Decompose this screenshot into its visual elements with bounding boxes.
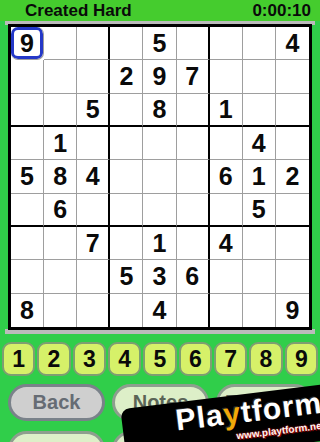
cell-r3c9[interactable] [276,94,309,127]
cell-r2c3[interactable] [77,60,110,93]
cell-r1c1[interactable]: 9 [11,27,44,60]
cell-r5c8[interactable]: 1 [243,160,276,193]
cell-r8c6[interactable]: 6 [177,260,210,293]
page-title: Created Hard [0,1,132,21]
cell-r3c1[interactable] [11,94,44,127]
cell-r6c7[interactable] [210,194,243,227]
cell-r9c1[interactable]: 8 [11,294,44,327]
number-button-5[interactable]: 5 [143,342,176,376]
title-bar: Created Hard 0:00:10 [0,0,320,21]
cell-r4c1[interactable] [11,127,44,160]
cell-r7c3[interactable]: 7 [77,227,110,260]
number-button-3[interactable]: 3 [73,342,106,376]
cell-r9c6[interactable] [177,294,210,327]
cell-r6c8[interactable]: 5 [243,194,276,227]
cell-r1c5[interactable]: 5 [143,27,176,60]
cell-r2c4[interactable]: 2 [110,60,143,93]
cell-r3c6[interactable] [177,94,210,127]
number-button-1[interactable]: 1 [2,342,35,376]
cell-r9c5[interactable]: 4 [143,294,176,327]
cell-r7c8[interactable] [243,227,276,260]
cell-r3c4[interactable] [110,94,143,127]
cell-r8c5[interactable]: 3 [143,260,176,293]
partial-button-1[interactable] [8,431,105,442]
cell-r6c4[interactable] [110,194,143,227]
cell-r3c5[interactable]: 8 [143,94,176,127]
cell-r6c1[interactable] [11,194,44,227]
number-button-2[interactable]: 2 [37,342,70,376]
cell-r3c8[interactable] [243,94,276,127]
cell-r3c3[interactable]: 5 [77,94,110,127]
back-button[interactable]: Back [8,384,105,421]
number-button-4[interactable]: 4 [108,342,141,376]
timer: 0:00:10 [252,1,320,21]
cell-r2c9[interactable] [276,60,309,93]
cell-r6c5[interactable] [143,194,176,227]
cell-r9c4[interactable] [110,294,143,327]
cell-r5c2[interactable]: 8 [44,160,77,193]
cell-r3c2[interactable] [44,94,77,127]
cell-r2c5[interactable]: 9 [143,60,176,93]
cell-r8c3[interactable] [77,260,110,293]
number-button-9[interactable]: 9 [285,342,318,376]
cell-r4c8[interactable]: 4 [243,127,276,160]
cell-r5c1[interactable]: 5 [11,160,44,193]
cell-r1c4[interactable] [110,27,143,60]
cell-r8c4[interactable]: 5 [110,260,143,293]
number-button-8[interactable]: 8 [249,342,282,376]
cell-r9c8[interactable] [243,294,276,327]
cell-r7c6[interactable] [177,227,210,260]
cell-r4c9[interactable] [276,127,309,160]
cell-r1c6[interactable] [177,27,210,60]
cell-r8c8[interactable] [243,260,276,293]
cell-r5c3[interactable]: 4 [77,160,110,193]
cell-r7c4[interactable] [110,227,143,260]
cell-r2c1[interactable] [11,60,44,93]
cell-r5c4[interactable] [110,160,143,193]
cell-r1c9[interactable]: 4 [276,27,309,60]
cell-r8c2[interactable] [44,260,77,293]
cell-r6c9[interactable] [276,194,309,227]
cell-r7c9[interactable] [276,227,309,260]
cell-r7c1[interactable] [11,227,44,260]
cell-r4c2[interactable]: 1 [44,127,77,160]
cell-r4c3[interactable] [77,127,110,160]
cell-r7c7[interactable]: 4 [210,227,243,260]
cell-r5c9[interactable]: 2 [276,160,309,193]
cell-r5c6[interactable] [177,160,210,193]
cell-r6c2[interactable]: 6 [44,194,77,227]
cell-r2c2[interactable] [44,60,77,93]
cell-r9c7[interactable] [210,294,243,327]
cell-r1c8[interactable] [243,27,276,60]
number-button-row: 123456789 [0,342,320,376]
cell-r2c8[interactable] [243,60,276,93]
cell-r4c7[interactable] [210,127,243,160]
cell-r6c6[interactable] [177,194,210,227]
cell-r8c7[interactable] [210,260,243,293]
cell-r7c2[interactable] [44,227,77,260]
cell-r8c1[interactable] [11,260,44,293]
cell-r1c7[interactable] [210,27,243,60]
cell-r2c7[interactable] [210,60,243,93]
cell-r3c7[interactable]: 1 [210,94,243,127]
cell-r8c9[interactable] [276,260,309,293]
number-button-7[interactable]: 7 [214,342,247,376]
cell-r4c6[interactable] [177,127,210,160]
cell-r7c5[interactable]: 1 [143,227,176,260]
number-button-6[interactable]: 6 [179,342,212,376]
cell-r6c3[interactable] [77,194,110,227]
sudoku-board: 9542975811458461265714536849 [8,24,312,330]
cell-r1c3[interactable] [77,27,110,60]
cell-r5c5[interactable] [143,160,176,193]
cell-r5c7[interactable]: 6 [210,160,243,193]
cell-r1c2[interactable] [44,27,77,60]
cell-r9c2[interactable] [44,294,77,327]
cell-r9c3[interactable] [77,294,110,327]
cell-r2c6[interactable]: 7 [177,60,210,93]
cell-r4c5[interactable] [143,127,176,160]
cell-r9c9[interactable]: 9 [276,294,309,327]
cell-r4c4[interactable] [110,127,143,160]
